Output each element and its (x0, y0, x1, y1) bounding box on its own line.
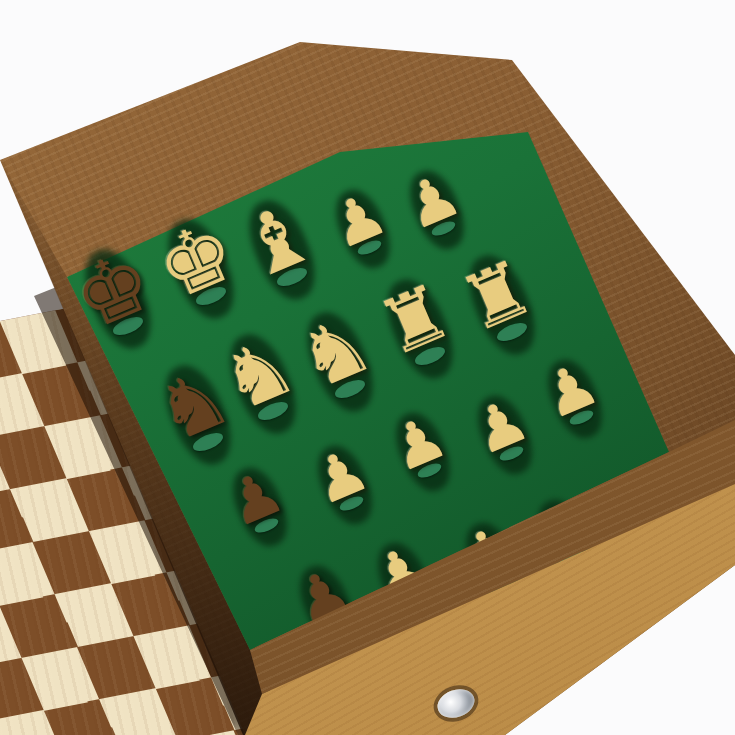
scene: ♚♚♝♟♟♞♞♞♜♜♟♟♟♟♟♟♟♟♟ (0, 0, 735, 735)
